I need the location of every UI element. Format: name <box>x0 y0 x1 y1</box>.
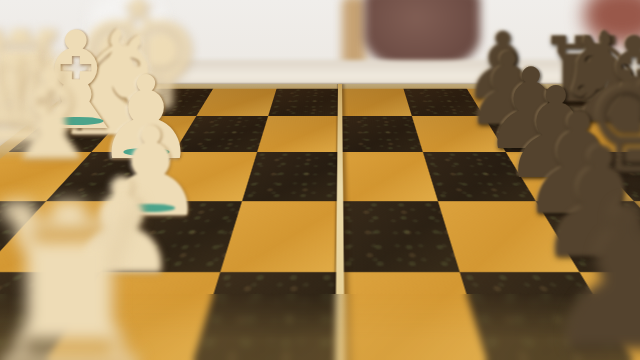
white-rook-near[interactable]: ♜ <box>0 174 175 360</box>
black-pawn-near[interactable]: ♟ <box>538 178 640 360</box>
chess-photo-scene: ♜♞♚♛♞♝♝♟♟♟♟♜♟♞♝♚♟♟♟♟♜♟ <box>0 0 640 360</box>
pieces-layer: ♜♞♚♛♞♝♝♟♟♟♟♜♟♞♝♚♟♟♟♟♜♟ <box>0 0 640 360</box>
